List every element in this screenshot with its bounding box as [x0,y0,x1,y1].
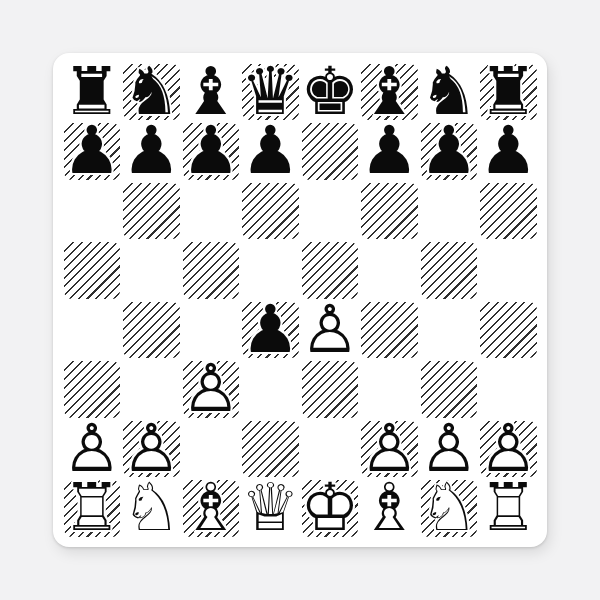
piece-black-pawn: ♟ [181,118,240,184]
square-f4 [360,300,420,360]
square-h7: ♟ [479,122,539,182]
square-a6 [62,181,122,241]
piece-glyph: ♟ [181,118,240,184]
square-h5 [479,241,539,301]
square-e6 [300,181,360,241]
piece-white-pawn: ♟♙ [300,297,359,363]
square-e4: ♟♙ [300,300,360,360]
square-e7 [300,122,360,182]
square-a5 [62,241,122,301]
piece-white-pawn: ♟♙ [181,356,240,422]
square-c3: ♟♙ [181,360,241,420]
piece-white-bishop: ♝♗ [360,475,419,541]
piece-glyph-outline: ♙ [300,297,359,363]
piece-glyph-outline: ♙ [181,356,240,422]
piece-black-pawn: ♟ [241,297,300,363]
square-b1: ♞♘ [122,479,182,539]
square-e1: ♚♔ [300,479,360,539]
dark-square-hatch [302,361,359,418]
dark-square-hatch [302,123,359,180]
piece-black-pawn: ♟ [122,118,181,184]
square-c1: ♝♗ [181,479,241,539]
dark-square-hatch [123,183,180,240]
piece-black-pawn: ♟ [241,118,300,184]
square-d7: ♟ [241,122,301,182]
square-b6 [122,181,182,241]
square-f7: ♟ [360,122,420,182]
square-h6 [479,181,539,241]
square-e8: ♚ [300,62,360,122]
piece-white-queen: ♛♕ [241,475,300,541]
dark-square-hatch [480,183,537,240]
square-g4 [419,300,479,360]
dark-square-hatch [421,242,478,299]
dark-square-hatch [361,183,418,240]
page-background: ♜♞♝♛♚♝♞♜♟♟♟♟♟♟♟♟♟♙♟♙♟♙♟♙♟♙♟♙♟♙♜♖♞♘♝♗♛♕♚♔… [0,0,600,600]
piece-white-rook: ♜♖ [479,475,538,541]
square-c7: ♟ [181,122,241,182]
square-h1: ♜♖ [479,479,539,539]
piece-black-pawn: ♟ [479,118,538,184]
chess-board: ♜♞♝♛♚♝♞♜♟♟♟♟♟♟♟♟♟♙♟♙♟♙♟♙♟♙♟♙♟♙♜♖♞♘♝♗♛♕♚♔… [62,62,538,538]
piece-glyph-outline: ♕ [241,475,300,541]
square-a4 [62,300,122,360]
piece-white-rook: ♜♖ [62,475,121,541]
dark-square-hatch [242,183,299,240]
chess-sticker: ♜♞♝♛♚♝♞♜♟♟♟♟♟♟♟♟♟♙♟♙♟♙♟♙♟♙♟♙♟♙♜♖♞♘♝♗♛♕♚♔… [53,53,547,547]
square-h4 [479,300,539,360]
piece-white-knight: ♞♘ [122,475,181,541]
dark-square-hatch [183,242,240,299]
dark-square-hatch [64,242,121,299]
piece-glyph: ♟ [241,297,300,363]
square-g5 [419,241,479,301]
square-d3 [241,360,301,420]
square-b7: ♟ [122,122,182,182]
piece-black-pawn: ♟ [62,118,121,184]
piece-glyph-outline: ♘ [419,475,478,541]
square-a1: ♜♖ [62,479,122,539]
piece-black-pawn: ♟ [419,118,478,184]
piece-glyph: ♟ [360,118,419,184]
square-a7: ♟ [62,122,122,182]
square-d6 [241,181,301,241]
piece-glyph: ♟ [241,118,300,184]
piece-black-pawn: ♟ [360,118,419,184]
piece-glyph-outline: ♖ [479,475,538,541]
piece-glyph: ♟ [62,118,121,184]
square-b4 [122,300,182,360]
square-d1: ♛♕ [241,479,301,539]
dark-square-hatch [123,302,180,359]
piece-glyph-outline: ♗ [360,475,419,541]
square-c5 [181,241,241,301]
square-d4: ♟ [241,300,301,360]
piece-glyph: ♟ [122,118,181,184]
square-g6 [419,181,479,241]
piece-white-knight: ♞♘ [419,475,478,541]
square-c6 [181,181,241,241]
piece-white-king: ♚♔ [300,475,359,541]
square-f6 [360,181,420,241]
piece-glyph: ♚ [300,59,359,125]
piece-glyph: ♟ [479,118,538,184]
square-g1: ♞♘ [419,479,479,539]
square-b5 [122,241,182,301]
dark-square-hatch [361,302,418,359]
square-e3 [300,360,360,420]
piece-glyph-outline: ♔ [300,475,359,541]
square-g7: ♟ [419,122,479,182]
piece-white-bishop: ♝♗ [181,475,240,541]
square-f1: ♝♗ [360,479,420,539]
square-f5 [360,241,420,301]
piece-glyph-outline: ♘ [122,475,181,541]
piece-black-king: ♚ [300,59,359,125]
piece-glyph-outline: ♗ [181,475,240,541]
piece-glyph: ♟ [419,118,478,184]
piece-glyph-outline: ♖ [62,475,121,541]
dark-square-hatch [480,302,537,359]
